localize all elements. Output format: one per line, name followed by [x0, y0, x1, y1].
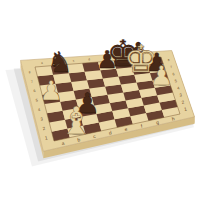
white-bishop-b1: ♝: [59, 98, 93, 143]
black-knight-b8: ♞: [47, 46, 72, 79]
white-pawn-h5: ♟: [150, 60, 174, 91]
chess-set-photo: aabbccddeeffgghh1122334455667788♞♟♚♝♚♟♟♟…: [0, 0, 220, 200]
chessboard-scene: aabbccddeeffgghh1122334455667788♞♟♚♝♚♟♟♟…: [0, 0, 220, 200]
